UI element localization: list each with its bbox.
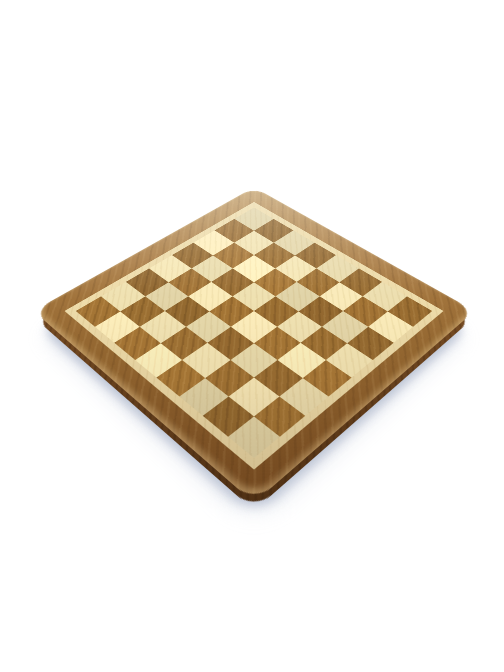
- chess-board: [33, 187, 474, 503]
- play-area: [76, 207, 432, 458]
- board-perspective-wrapper: [98, 155, 410, 467]
- product-photo-background: [0, 0, 504, 672]
